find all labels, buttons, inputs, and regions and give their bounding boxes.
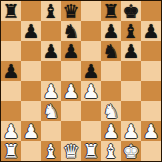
square-d3[interactable] [61,101,81,121]
square-b8[interactable] [21,1,41,21]
square-e5[interactable]: ♟ [81,61,101,81]
square-h7[interactable]: ♟ [141,21,161,41]
square-g6[interactable]: ♟ [121,41,141,61]
square-a5[interactable]: ♟ [1,61,21,81]
square-f6[interactable]: ♞ [101,41,121,61]
black-pawn[interactable]: ♟ [122,41,139,61]
square-a8[interactable]: ♜ [1,1,21,21]
square-e4[interactable]: ♟ [81,81,101,101]
square-g1[interactable]: ♚ [121,141,141,161]
black-queen[interactable]: ♛ [62,1,79,21]
square-g5[interactable] [121,61,141,81]
chess-board: ♜♝♛♜♚♟♞♟♝♟♟♟♞♟♟♟♟♟♟♞♞♟♟♟♟♟♜♝♛♜♝♚ [0,0,162,162]
square-g4[interactable] [121,81,141,101]
square-d8[interactable]: ♛ [61,1,81,21]
square-b1[interactable] [21,141,41,161]
black-pawn[interactable]: ♟ [42,41,59,61]
white-queen[interactable]: ♛ [62,141,79,161]
black-rook[interactable]: ♜ [2,1,19,21]
square-f3[interactable]: ♞ [101,101,121,121]
square-f8[interactable]: ♜ [101,1,121,21]
square-g7[interactable]: ♝ [121,21,141,41]
white-knight[interactable]: ♞ [42,101,59,121]
square-d7[interactable]: ♞ [61,21,81,41]
white-pawn[interactable]: ♟ [82,81,99,101]
square-g8[interactable]: ♚ [121,1,141,21]
white-bishop[interactable]: ♝ [102,141,119,161]
square-f4[interactable] [101,81,121,101]
square-e6[interactable] [81,41,101,61]
black-bishop[interactable]: ♝ [122,21,139,41]
square-e2[interactable] [81,121,101,141]
square-e8[interactable] [81,1,101,21]
black-pawn[interactable]: ♟ [82,61,99,81]
square-b3[interactable] [21,101,41,121]
square-g2[interactable]: ♟ [121,121,141,141]
square-a2[interactable]: ♟ [1,121,21,141]
square-c5[interactable] [41,61,61,81]
square-f2[interactable]: ♟ [101,121,121,141]
black-knight[interactable]: ♞ [62,21,79,41]
white-rook[interactable]: ♜ [82,141,99,161]
square-c6[interactable]: ♟ [41,41,61,61]
square-h8[interactable] [141,1,161,21]
square-h5[interactable] [141,61,161,81]
white-knight[interactable]: ♞ [102,101,119,121]
square-h1[interactable] [141,141,161,161]
square-f5[interactable] [101,61,121,81]
square-c1[interactable]: ♝ [41,141,61,161]
square-d5[interactable] [61,61,81,81]
square-d2[interactable] [61,121,81,141]
white-pawn[interactable]: ♟ [2,121,19,141]
square-h3[interactable] [141,101,161,121]
square-c8[interactable]: ♝ [41,1,61,21]
white-pawn[interactable]: ♟ [22,121,39,141]
white-pawn[interactable]: ♟ [62,81,79,101]
black-pawn[interactable]: ♟ [142,21,159,41]
square-b7[interactable]: ♟ [21,21,41,41]
square-b5[interactable] [21,61,41,81]
black-rook[interactable]: ♜ [102,1,119,21]
white-rook[interactable]: ♜ [2,141,19,161]
square-f7[interactable]: ♟ [101,21,121,41]
square-a7[interactable] [1,21,21,41]
square-h2[interactable]: ♟ [141,121,161,141]
square-a1[interactable]: ♜ [1,141,21,161]
square-d6[interactable]: ♟ [61,41,81,61]
square-b6[interactable] [21,41,41,61]
square-c2[interactable] [41,121,61,141]
square-d1[interactable]: ♛ [61,141,81,161]
black-pawn[interactable]: ♟ [62,41,79,61]
black-pawn[interactable]: ♟ [22,21,39,41]
square-b4[interactable] [21,81,41,101]
square-b2[interactable]: ♟ [21,121,41,141]
black-king[interactable]: ♚ [122,1,139,21]
white-pawn[interactable]: ♟ [42,81,59,101]
square-h4[interactable] [141,81,161,101]
square-c4[interactable]: ♟ [41,81,61,101]
square-e1[interactable]: ♜ [81,141,101,161]
white-pawn[interactable]: ♟ [122,121,139,141]
square-a6[interactable] [1,41,21,61]
square-d4[interactable]: ♟ [61,81,81,101]
square-f1[interactable]: ♝ [101,141,121,161]
square-e3[interactable] [81,101,101,121]
square-e7[interactable] [81,21,101,41]
square-g3[interactable] [121,101,141,121]
square-c7[interactable] [41,21,61,41]
square-a4[interactable] [1,81,21,101]
black-bishop[interactable]: ♝ [42,1,59,21]
black-pawn[interactable]: ♟ [2,61,19,81]
square-c3[interactable]: ♞ [41,101,61,121]
square-a3[interactable] [1,101,21,121]
white-bishop[interactable]: ♝ [42,141,59,161]
square-h6[interactable] [141,41,161,61]
black-pawn[interactable]: ♟ [102,21,119,41]
white-pawn[interactable]: ♟ [102,121,119,141]
white-king[interactable]: ♚ [122,141,139,161]
black-knight[interactable]: ♞ [102,41,119,61]
white-pawn[interactable]: ♟ [142,121,159,141]
